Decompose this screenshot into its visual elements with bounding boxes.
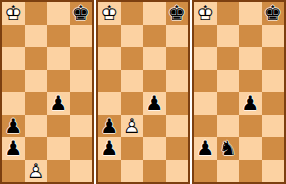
square: ♟ xyxy=(2,137,25,160)
square xyxy=(47,160,70,183)
square xyxy=(239,160,262,183)
black-king-icon: ♚ xyxy=(70,2,93,25)
square xyxy=(47,25,70,48)
square xyxy=(239,115,262,138)
square xyxy=(2,70,25,93)
square xyxy=(166,92,189,115)
black-pawn-icon: ♟ xyxy=(98,137,121,160)
square xyxy=(98,70,121,93)
white-pawn-icon: ♟♙ xyxy=(121,115,144,138)
square xyxy=(143,70,166,93)
square xyxy=(2,160,25,183)
black-pawn-icon: ♟ xyxy=(2,137,25,160)
square xyxy=(143,160,166,183)
square: ♟♙ xyxy=(25,160,48,183)
square xyxy=(217,25,240,48)
square xyxy=(121,70,144,93)
square xyxy=(194,92,217,115)
black-pawn-icon: ♟ xyxy=(143,92,166,115)
square xyxy=(143,137,166,160)
square xyxy=(262,92,285,115)
square xyxy=(194,47,217,70)
square xyxy=(98,160,121,183)
black-pawn-icon: ♟ xyxy=(47,92,70,115)
square xyxy=(98,92,121,115)
square xyxy=(121,92,144,115)
square: ♟ xyxy=(143,92,166,115)
square xyxy=(166,137,189,160)
square xyxy=(70,115,93,138)
square xyxy=(143,115,166,138)
square: ♚ xyxy=(70,2,93,25)
board-2: ♚♔♚♟♟♟♙♟ xyxy=(96,0,190,184)
black-pawn-icon: ♟ xyxy=(98,115,121,138)
square xyxy=(194,115,217,138)
square xyxy=(262,160,285,183)
square xyxy=(98,47,121,70)
square: ♟ xyxy=(2,115,25,138)
square xyxy=(70,92,93,115)
square xyxy=(166,25,189,48)
board-3: ♚♔♚♟♟♞ xyxy=(192,0,286,184)
square xyxy=(217,92,240,115)
square xyxy=(143,2,166,25)
square: ♚♔ xyxy=(98,2,121,25)
square xyxy=(70,47,93,70)
square xyxy=(70,160,93,183)
white-king-icon: ♚♔ xyxy=(2,2,25,25)
black-pawn-icon: ♟ xyxy=(2,115,25,138)
square xyxy=(262,70,285,93)
square xyxy=(166,115,189,138)
square xyxy=(98,25,121,48)
square xyxy=(239,2,262,25)
square xyxy=(262,47,285,70)
square xyxy=(217,2,240,25)
square xyxy=(239,137,262,160)
square xyxy=(217,70,240,93)
square xyxy=(194,70,217,93)
square xyxy=(47,2,70,25)
square xyxy=(262,137,285,160)
square: ♞ xyxy=(217,137,240,160)
square xyxy=(2,47,25,70)
square xyxy=(239,70,262,93)
square xyxy=(194,160,217,183)
square xyxy=(121,47,144,70)
square: ♟ xyxy=(98,137,121,160)
square: ♟ xyxy=(239,92,262,115)
white-pawn-icon: ♟♙ xyxy=(25,160,48,183)
square xyxy=(239,47,262,70)
square: ♚♔ xyxy=(194,2,217,25)
square xyxy=(143,25,166,48)
square: ♚ xyxy=(166,2,189,25)
square xyxy=(25,47,48,70)
square: ♟ xyxy=(98,115,121,138)
square xyxy=(47,115,70,138)
white-king-icon: ♚♔ xyxy=(194,2,217,25)
square xyxy=(166,47,189,70)
square xyxy=(121,2,144,25)
square xyxy=(25,2,48,25)
square: ♚ xyxy=(262,2,285,25)
square xyxy=(166,160,189,183)
square: ♟♙ xyxy=(121,115,144,138)
black-pawn-icon: ♟ xyxy=(194,137,217,160)
square xyxy=(262,25,285,48)
square xyxy=(121,160,144,183)
square xyxy=(2,25,25,48)
square: ♟ xyxy=(194,137,217,160)
black-king-icon: ♚ xyxy=(166,2,189,25)
square xyxy=(121,25,144,48)
square xyxy=(2,92,25,115)
square xyxy=(166,70,189,93)
square xyxy=(25,137,48,160)
square: ♚♔ xyxy=(2,2,25,25)
black-pawn-icon: ♟ xyxy=(239,92,262,115)
square xyxy=(217,115,240,138)
square xyxy=(25,70,48,93)
square xyxy=(70,70,93,93)
square xyxy=(262,115,285,138)
square xyxy=(47,70,70,93)
square xyxy=(70,137,93,160)
square xyxy=(143,47,166,70)
square xyxy=(70,25,93,48)
square xyxy=(194,25,217,48)
square xyxy=(121,137,144,160)
white-king-icon: ♚♔ xyxy=(98,2,121,25)
square xyxy=(47,47,70,70)
square xyxy=(25,92,48,115)
square xyxy=(217,47,240,70)
black-knight-icon: ♞ xyxy=(217,137,240,160)
square xyxy=(47,137,70,160)
square xyxy=(25,25,48,48)
square xyxy=(217,160,240,183)
black-king-icon: ♚ xyxy=(262,2,285,25)
chess-diagrams: ♚♔♚♟♟♟♟♙ ♚♔♚♟♟♟♙♟ ♚♔♚♟♟♞ xyxy=(0,0,286,184)
square xyxy=(25,115,48,138)
square: ♟ xyxy=(47,92,70,115)
board-1: ♚♔♚♟♟♟♟♙ xyxy=(0,0,94,184)
square xyxy=(239,25,262,48)
